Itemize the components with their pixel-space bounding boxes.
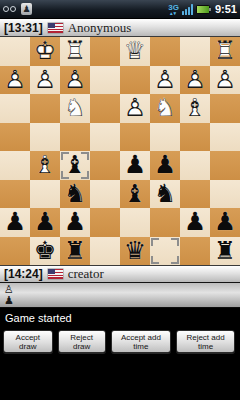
square-h3[interactable] [0,94,30,123]
white-rook-outline: ♖ [210,37,240,66]
white-pawn: ♟ [180,66,210,95]
square-a1[interactable]: ♜♖ [210,37,240,66]
square-e6[interactable] [90,180,120,209]
accept-add-time-button[interactable]: Accept add time [111,330,171,353]
square-d4[interactable] [120,123,150,152]
square-h6[interactable] [0,180,30,209]
player-bar: [14:24] creator [0,265,240,283]
us-flag-icon [48,269,63,279]
square-f7[interactable]: ♟ [60,208,90,237]
voicemail-icon [3,6,16,13]
square-a8[interactable]: ♜ [210,237,240,266]
square-c8[interactable] [150,237,180,266]
square-f1[interactable]: ♜♖ [60,37,90,66]
black-rook: ♜ [60,237,90,266]
white-pawn: ♟ [210,66,240,95]
square-g7[interactable]: ♟ [30,208,60,237]
chess-app-notification-icon: ♟ [21,3,32,15]
square-g6[interactable] [30,180,60,209]
square-d2[interactable] [120,66,150,95]
player-name: creator [68,266,104,282]
3g-icon: 3G▴▾ [168,4,179,15]
white-king-outline: ♔ [30,37,60,66]
square-c3[interactable]: ♞♘ [150,94,180,123]
square-b2[interactable]: ♟♙ [180,66,210,95]
white-pawn-outline: ♙ [60,66,90,95]
square-g5[interactable]: ♝♗ [30,151,60,180]
reject-add-time-button[interactable]: Reject add time [176,330,235,353]
white-rook: ♜ [210,37,240,66]
square-e2[interactable] [90,66,120,95]
white-knight: ♞ [60,94,90,123]
white-queen: ♛ [120,37,150,66]
square-e8[interactable] [90,237,120,266]
square-h2[interactable]: ♟♙ [0,66,30,95]
black-pawn: ♟ [180,208,210,237]
opponent-name: Anonymous [68,20,132,36]
square-f2[interactable]: ♟♙ [60,66,90,95]
black-pawn: ♟ [0,208,30,237]
last-move-corner-marker [151,256,159,264]
black-pawn: ♟ [60,208,90,237]
black-pawn: ♟ [120,151,150,180]
square-e7[interactable] [90,208,120,237]
white-bishop: ♝ [30,151,60,180]
square-g2[interactable]: ♟♙ [30,66,60,95]
square-b6[interactable] [180,180,210,209]
player-clock: [14:24] [4,267,43,281]
black-knight: ♞ [60,180,90,209]
white-pawn-outline: ♙ [30,66,60,95]
square-c2[interactable]: ♟♙ [150,66,180,95]
square-c1[interactable] [150,37,180,66]
square-c7[interactable] [150,208,180,237]
square-g8[interactable]: ♚ [30,237,60,266]
white-bishop-outline: ♗ [30,151,60,180]
last-move-corner-marker [171,256,179,264]
square-a4[interactable] [210,123,240,152]
square-d1[interactable]: ♛♕ [120,37,150,66]
last-move-corner-marker [61,152,69,160]
square-f5[interactable]: ♝ [60,151,90,180]
square-d5[interactable]: ♟ [120,151,150,180]
square-a5[interactable] [210,151,240,180]
app-window: ♟ 3G▴▾ 9:51 [13:31] Anonymous ♚♔♜♖♛♕♜♖♟♙… [0,0,240,400]
last-move-corner-marker [151,238,159,246]
square-a6[interactable] [210,180,240,209]
square-f3[interactable]: ♞♘ [60,94,90,123]
square-e1[interactable] [90,37,120,66]
square-g4[interactable] [30,123,60,152]
square-e5[interactable] [90,151,120,180]
square-f4[interactable] [60,123,90,152]
square-c6[interactable]: ♞ [150,180,180,209]
white-pawn: ♟ [60,66,90,95]
white-queen-outline: ♕ [120,37,150,66]
action-button-row: Accept draw Reject draw Accept add time … [0,330,240,353]
white-king: ♚ [30,37,60,66]
square-d8[interactable]: ♛ [120,237,150,266]
white-bishop-outline: ♗ [180,94,210,123]
opponent-bar: [13:31] Anonymous [0,19,240,37]
battery-icon [196,5,210,14]
last-move-corner-marker [61,171,69,179]
square-e4[interactable] [90,123,120,152]
black-king: ♚ [30,237,60,266]
square-a3[interactable] [210,94,240,123]
black-knight: ♞ [150,180,180,209]
captured-pieces-tray: ♙ ♟ [0,283,240,308]
white-knight-outline: ♘ [60,94,90,123]
square-a7[interactable]: ♟ [210,208,240,237]
square-b5[interactable] [180,151,210,180]
white-pawn-outline: ♙ [120,94,150,123]
square-d3[interactable]: ♟♙ [120,94,150,123]
square-f8[interactable]: ♜ [60,237,90,266]
white-pawn-outline: ♙ [210,66,240,95]
black-pawn: ♟ [150,151,180,180]
white-pawn-outline: ♙ [0,66,30,95]
white-rook: ♜ [60,37,90,66]
square-b7[interactable]: ♟ [180,208,210,237]
square-d6[interactable]: ♝ [120,180,150,209]
square-d7[interactable] [120,208,150,237]
square-h8[interactable] [0,237,30,266]
square-e3[interactable] [90,94,120,123]
white-knight: ♞ [150,94,180,123]
chess-board: ♚♔♜♖♛♕♜♖♟♙♟♙♟♙♟♙♟♙♟♙♞♘♟♙♞♘♝♗♝♗♝♟♟♞♝♞♟♟♟♟… [0,37,240,265]
square-h4[interactable] [0,123,30,152]
white-pawn: ♟ [120,94,150,123]
opponent-clock: [13:31] [4,21,43,35]
white-bishop: ♝ [180,94,210,123]
square-h5[interactable] [0,151,30,180]
black-pawn: ♟ [30,208,60,237]
accept-draw-button[interactable]: Accept draw [3,330,53,353]
captured-white-pawn-icon: ♙ [4,284,236,295]
square-g3[interactable] [30,94,60,123]
last-move-corner-marker [171,238,179,246]
square-h1[interactable] [0,37,30,66]
reject-draw-button[interactable]: Reject draw [58,330,106,353]
captured-black-pawn-icon: ♟ [4,295,236,306]
black-rook: ♜ [210,237,240,266]
square-c4[interactable] [150,123,180,152]
black-pawn: ♟ [210,208,240,237]
square-b1[interactable] [180,37,210,66]
white-pawn: ♟ [30,66,60,95]
square-g1[interactable]: ♚♔ [30,37,60,66]
white-pawn: ♟ [0,66,30,95]
signal-strength-icon [182,4,193,15]
status-bar-clock: 9:51 [215,3,237,15]
white-pawn-outline: ♙ [180,66,210,95]
square-a2[interactable]: ♟♙ [210,66,240,95]
white-pawn: ♟ [150,66,180,95]
square-b4[interactable] [180,123,210,152]
game-status-message: Game started [0,308,240,327]
us-flag-icon [48,23,63,33]
white-knight-outline: ♘ [150,94,180,123]
last-move-corner-marker [81,152,89,160]
white-pawn-outline: ♙ [150,66,180,95]
square-c5[interactable]: ♟ [150,151,180,180]
square-b3[interactable]: ♝♗ [180,94,210,123]
last-move-corner-marker [81,171,89,179]
square-f6[interactable]: ♞ [60,180,90,209]
android-status-bar: ♟ 3G▴▾ 9:51 [0,0,240,19]
black-queen: ♛ [120,237,150,266]
white-rook-outline: ♖ [60,37,90,66]
square-h7[interactable]: ♟ [0,208,30,237]
square-b8[interactable] [180,237,210,266]
black-bishop: ♝ [120,180,150,209]
